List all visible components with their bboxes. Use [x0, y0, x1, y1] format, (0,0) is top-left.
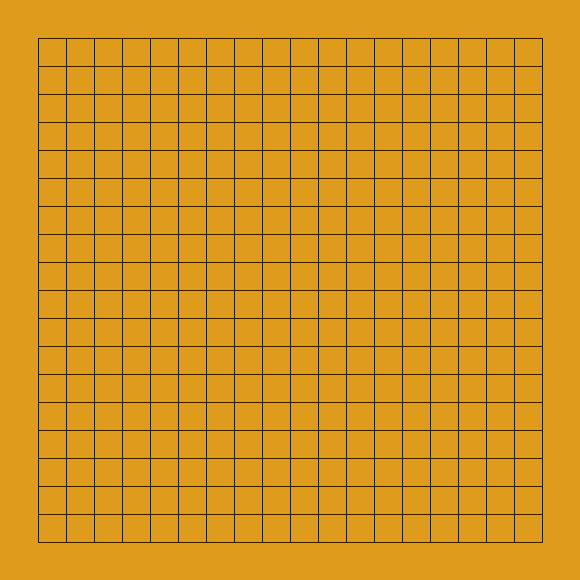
board-grid-lines: [38, 38, 543, 543]
go-board[interactable]: [0, 0, 580, 580]
